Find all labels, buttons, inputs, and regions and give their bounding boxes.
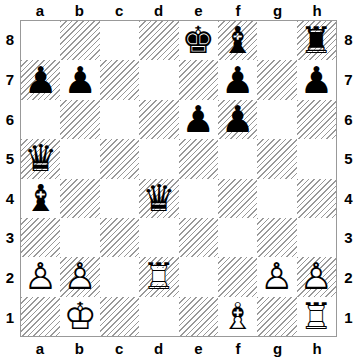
black-bishop[interactable]: ♝ <box>218 21 257 60</box>
black-pawn[interactable]: ♟ <box>218 60 257 99</box>
square-d5[interactable] <box>139 139 178 178</box>
file-label-b: b <box>60 337 100 360</box>
rank-label-3: 3 <box>337 218 360 258</box>
file-label-d: d <box>139 0 179 20</box>
rank-label-1: 1 <box>337 297 360 337</box>
square-e6[interactable]: ♟ <box>179 100 218 139</box>
square-h3[interactable] <box>297 218 336 257</box>
square-a3[interactable] <box>21 218 60 257</box>
square-g7[interactable] <box>257 60 296 99</box>
white-pawn-glyph: ♙ <box>300 258 333 295</box>
square-e8[interactable]: ♚ <box>179 21 218 60</box>
file-label-d: d <box>139 337 179 360</box>
square-g3[interactable] <box>257 218 296 257</box>
square-g8[interactable] <box>257 21 296 60</box>
square-b5[interactable] <box>60 139 99 178</box>
square-e1[interactable] <box>179 297 218 336</box>
black-bishop-glyph: ♝ <box>24 180 57 217</box>
white-rook-glyph: ♖ <box>142 258 175 295</box>
square-g6[interactable] <box>257 100 296 139</box>
white-pawn[interactable]: ♟♙ <box>257 257 296 296</box>
square-h4[interactable] <box>297 179 336 218</box>
black-king[interactable]: ♚ <box>179 21 218 60</box>
square-b1[interactable]: ♚♔ <box>60 297 99 336</box>
black-pawn[interactable]: ♟ <box>21 60 60 99</box>
white-bishop[interactable]: ♝♗ <box>218 297 257 336</box>
square-f8[interactable]: ♝ <box>218 21 257 60</box>
square-g5[interactable] <box>257 139 296 178</box>
black-pawn-glyph: ♟ <box>24 62 57 99</box>
black-pawn-glyph: ♟ <box>300 62 333 99</box>
square-d7[interactable] <box>139 60 178 99</box>
file-labels-bottom: a b c d e f g h <box>20 337 337 360</box>
square-f5[interactable] <box>218 139 257 178</box>
black-queen-glyph: ♛ <box>24 140 57 177</box>
white-pawn[interactable]: ♟♙ <box>60 257 99 296</box>
square-h5[interactable] <box>297 139 336 178</box>
square-f6[interactable]: ♟ <box>218 100 257 139</box>
white-bishop-glyph: ♗ <box>221 298 254 335</box>
rank-labels-right: 8 7 6 5 4 3 2 1 <box>337 20 360 337</box>
black-pawn-glyph: ♟ <box>182 101 215 138</box>
rank-label-5: 5 <box>0 139 20 179</box>
rank-label-2: 2 <box>337 258 360 298</box>
square-e5[interactable] <box>179 139 218 178</box>
square-f7[interactable]: ♟ <box>218 60 257 99</box>
square-b7[interactable]: ♟ <box>60 60 99 99</box>
rank-label-7: 7 <box>337 60 360 100</box>
square-a1[interactable] <box>21 297 60 336</box>
white-rook[interactable]: ♜♖ <box>139 257 178 296</box>
square-b4[interactable] <box>60 179 99 218</box>
white-king[interactable]: ♚♔ <box>60 297 99 336</box>
black-queen[interactable]: ♛ <box>21 139 60 178</box>
chess-diagram: a b c d e f g h 8 7 6 5 4 3 2 1 ♚♝♜♟♟♟♟♟… <box>0 0 360 360</box>
file-label-h: h <box>297 337 337 360</box>
rank-label-8: 8 <box>0 20 20 60</box>
file-label-a: a <box>20 0 60 20</box>
square-e7[interactable] <box>179 60 218 99</box>
square-a4[interactable]: ♝ <box>21 179 60 218</box>
white-king-glyph: ♔ <box>63 298 96 335</box>
square-c3[interactable] <box>100 218 139 257</box>
square-g4[interactable] <box>257 179 296 218</box>
white-pawn-glyph: ♙ <box>24 258 57 295</box>
file-label-f: f <box>218 0 258 20</box>
square-b3[interactable] <box>60 218 99 257</box>
white-pawn-glyph: ♙ <box>63 258 96 295</box>
square-h7[interactable]: ♟ <box>297 60 336 99</box>
square-h8[interactable]: ♜ <box>297 21 336 60</box>
square-h6[interactable] <box>297 100 336 139</box>
square-h2[interactable]: ♟♙ <box>297 257 336 296</box>
file-label-a: a <box>20 337 60 360</box>
white-rook[interactable]: ♜♖ <box>297 297 336 336</box>
square-c1[interactable] <box>100 297 139 336</box>
file-label-g: g <box>258 0 298 20</box>
square-a7[interactable]: ♟ <box>21 60 60 99</box>
square-d4[interactable]: ♛ <box>139 179 178 218</box>
square-c5[interactable] <box>100 139 139 178</box>
square-b8[interactable] <box>60 21 99 60</box>
black-king-glyph: ♚ <box>182 22 215 59</box>
chess-board: ♚♝♜♟♟♟♟♟♟♛♝♛♟♙♟♙♜♖♟♙♟♙♚♔♝♗♜♖ <box>20 20 337 337</box>
white-pawn[interactable]: ♟♙ <box>297 257 336 296</box>
rank-label-8: 8 <box>337 20 360 60</box>
black-queen[interactable]: ♛ <box>139 179 178 218</box>
square-c4[interactable] <box>100 179 139 218</box>
file-labels-top: a b c d e f g h <box>20 0 337 20</box>
rank-label-6: 6 <box>337 99 360 139</box>
white-rook-glyph: ♖ <box>300 298 333 335</box>
square-a5[interactable]: ♛ <box>21 139 60 178</box>
square-c2[interactable] <box>100 257 139 296</box>
square-e4[interactable] <box>179 179 218 218</box>
white-pawn-glyph: ♙ <box>260 258 293 295</box>
square-a2[interactable]: ♟♙ <box>21 257 60 296</box>
black-pawn[interactable]: ♟ <box>179 100 218 139</box>
square-a8[interactable] <box>21 21 60 60</box>
black-rook-glyph: ♜ <box>300 22 333 59</box>
file-label-g: g <box>258 337 298 360</box>
square-c8[interactable] <box>100 21 139 60</box>
square-f3[interactable] <box>218 218 257 257</box>
file-label-f: f <box>218 337 258 360</box>
square-f2[interactable] <box>218 257 257 296</box>
black-bishop[interactable]: ♝ <box>21 179 60 218</box>
black-pawn-glyph: ♟ <box>63 62 96 99</box>
square-d3[interactable] <box>139 218 178 257</box>
rank-label-1: 1 <box>0 297 20 337</box>
rank-label-7: 7 <box>0 60 20 100</box>
black-pawn[interactable]: ♟ <box>60 60 99 99</box>
rank-labels-left: 8 7 6 5 4 3 2 1 <box>0 20 20 337</box>
black-queen-glyph: ♛ <box>142 180 175 217</box>
black-rook[interactable]: ♜ <box>297 21 336 60</box>
black-pawn-glyph: ♟ <box>221 62 254 99</box>
black-pawn[interactable]: ♟ <box>218 100 257 139</box>
rank-label-2: 2 <box>0 258 20 298</box>
square-a6[interactable] <box>21 100 60 139</box>
black-bishop-glyph: ♝ <box>221 22 254 59</box>
square-d8[interactable] <box>139 21 178 60</box>
file-label-h: h <box>297 0 337 20</box>
black-pawn[interactable]: ♟ <box>297 60 336 99</box>
rank-label-3: 3 <box>0 218 20 258</box>
square-e2[interactable] <box>179 257 218 296</box>
square-g2[interactable]: ♟♙ <box>257 257 296 296</box>
rank-label-4: 4 <box>0 179 20 219</box>
square-b6[interactable] <box>60 100 99 139</box>
square-f4[interactable] <box>218 179 257 218</box>
square-g1[interactable] <box>257 297 296 336</box>
file-label-e: e <box>179 337 219 360</box>
square-e3[interactable] <box>179 218 218 257</box>
rank-label-4: 4 <box>337 179 360 219</box>
file-label-c: c <box>99 0 139 20</box>
white-pawn[interactable]: ♟♙ <box>21 257 60 296</box>
square-c6[interactable] <box>100 100 139 139</box>
square-h1[interactable]: ♜♖ <box>297 297 336 336</box>
square-c7[interactable] <box>100 60 139 99</box>
square-f1[interactable]: ♝♗ <box>218 297 257 336</box>
square-d2[interactable]: ♜♖ <box>139 257 178 296</box>
square-b2[interactable]: ♟♙ <box>60 257 99 296</box>
square-d6[interactable] <box>139 100 178 139</box>
rank-label-5: 5 <box>337 139 360 179</box>
file-label-e: e <box>179 0 219 20</box>
square-d1[interactable] <box>139 297 178 336</box>
rank-label-6: 6 <box>0 99 20 139</box>
black-pawn-glyph: ♟ <box>221 101 254 138</box>
file-label-b: b <box>60 0 100 20</box>
file-label-c: c <box>99 337 139 360</box>
